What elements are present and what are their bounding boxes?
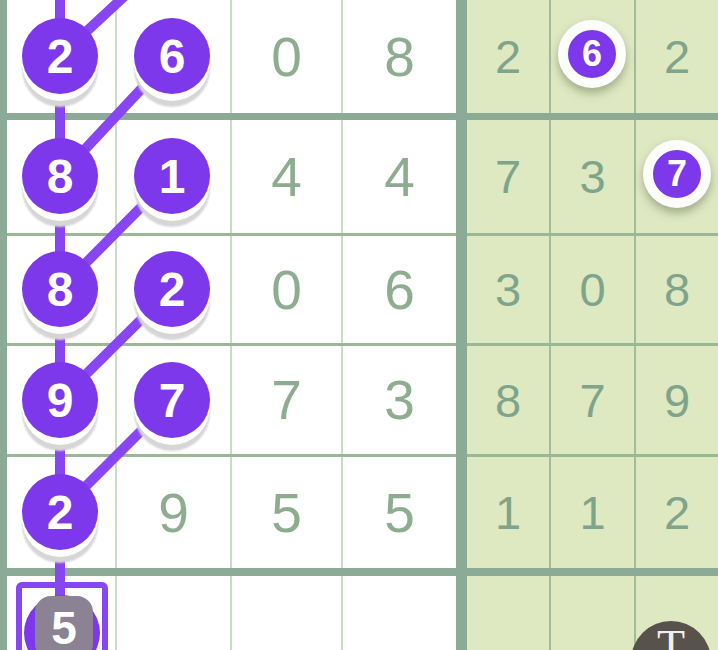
game-board: T 08262447370630873879955112268182972675 <box>0 0 718 650</box>
chain-stone[interactable]: 8 <box>22 138 98 214</box>
end-tile[interactable]: 5 <box>35 596 93 650</box>
chain-stone[interactable]: 1 <box>134 138 210 214</box>
chain-stone[interactable]: 2 <box>22 474 98 550</box>
chain-lines <box>0 0 718 650</box>
side-stone[interactable]: 7 <box>643 140 711 208</box>
chain-stone[interactable]: 8 <box>22 251 98 327</box>
side-stone[interactable]: 6 <box>558 20 626 88</box>
chain-stone[interactable]: 2 <box>22 18 98 94</box>
chain-stone[interactable]: 2 <box>134 251 210 327</box>
chain-stone[interactable]: 7 <box>134 362 210 438</box>
chain-stone[interactable]: 9 <box>22 362 98 438</box>
chain-stone[interactable]: 6 <box>134 18 210 94</box>
